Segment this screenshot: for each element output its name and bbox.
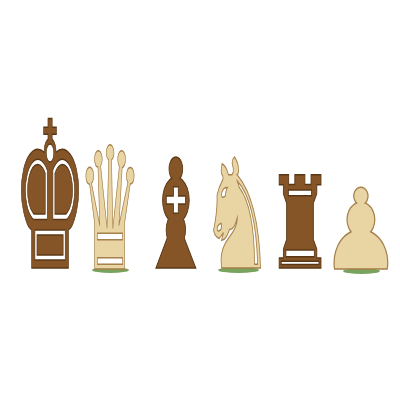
chess-pieces-product-photo: ♚ ♛ ♝ ♞ ♜ ♟ [0, 0, 400, 400]
chess-knight-light-icon: ♞ [200, 140, 274, 292]
chess-pawn-light-icon: ♟ [321, 174, 400, 286]
chess-queen-light-icon: ♛ [78, 125, 142, 295]
chess-king-dark-icon: ♚ [13, 95, 87, 300]
